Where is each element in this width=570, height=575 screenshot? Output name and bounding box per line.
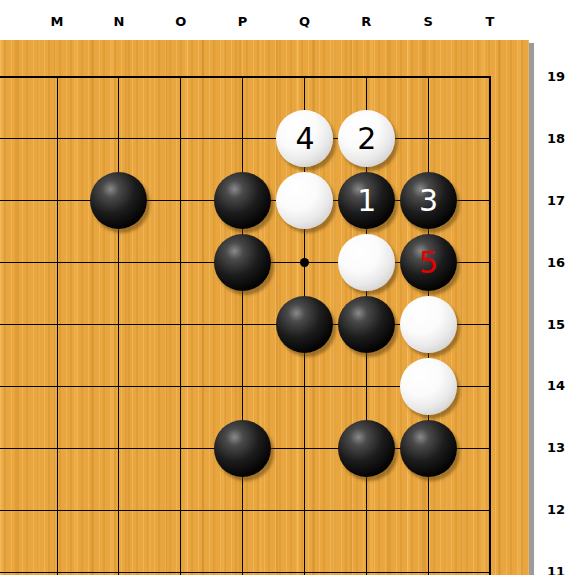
row-label-18: 18 [541, 131, 570, 147]
grid-line-col-N [118, 76, 119, 575]
move-number-5: 5 [419, 248, 437, 278]
go-diagram: 42135 MNOPQRST 191817161514131211 [0, 0, 570, 575]
grid-line-col-O [180, 76, 181, 575]
row-label-19: 19 [541, 69, 570, 85]
move-number-3: 3 [419, 186, 437, 216]
col-label-Q: Q [293, 14, 315, 30]
white-stone-Q18: 4 [276, 110, 333, 167]
col-label-T: T [479, 14, 501, 30]
col-label-S: S [417, 14, 439, 30]
black-stone-P13 [214, 420, 271, 477]
white-stone-R18: 2 [338, 110, 395, 167]
black-stone-N17 [90, 172, 147, 229]
grid-line-row-19 [0, 76, 491, 78]
white-stone-Q17 [276, 172, 333, 229]
row-label-15: 15 [541, 317, 570, 333]
black-stone-P16 [214, 234, 271, 291]
black-stone-R15 [338, 296, 395, 353]
white-stone-S14 [400, 358, 457, 415]
board-drop-shadow [529, 43, 534, 575]
row-label-16: 16 [541, 255, 570, 271]
black-stone-R17: 1 [338, 172, 395, 229]
grid-line-row-18 [0, 138, 491, 139]
grid-line-col-P [242, 76, 243, 575]
black-stone-Q15 [276, 296, 333, 353]
grid-line-row-11 [0, 572, 491, 573]
move-number-2: 2 [357, 124, 375, 154]
row-label-14: 14 [541, 378, 570, 394]
white-stone-R16 [338, 234, 395, 291]
black-stone-S17: 3 [400, 172, 457, 229]
col-label-M: M [46, 14, 68, 30]
star-point-Q16 [300, 258, 309, 267]
grid-line-col-M [57, 76, 58, 575]
col-label-N: N [108, 14, 130, 30]
black-stone-S16: 5 [400, 234, 457, 291]
row-label-12: 12 [541, 502, 570, 518]
black-stone-S13 [400, 420, 457, 477]
col-label-P: P [232, 14, 254, 30]
move-number-4: 4 [295, 124, 313, 154]
black-stone-R13 [338, 420, 395, 477]
white-stone-S15 [400, 296, 457, 353]
black-stone-P17 [214, 172, 271, 229]
row-label-17: 17 [541, 193, 570, 209]
go-board[interactable]: 42135 [0, 40, 529, 575]
grid-line-row-12 [0, 510, 491, 511]
row-label-11: 11 [541, 564, 570, 575]
row-label-13: 13 [541, 440, 570, 456]
col-label-R: R [355, 14, 377, 30]
grid-line-col-T [489, 76, 491, 575]
move-number-1: 1 [357, 186, 375, 216]
col-label-O: O [170, 14, 192, 30]
